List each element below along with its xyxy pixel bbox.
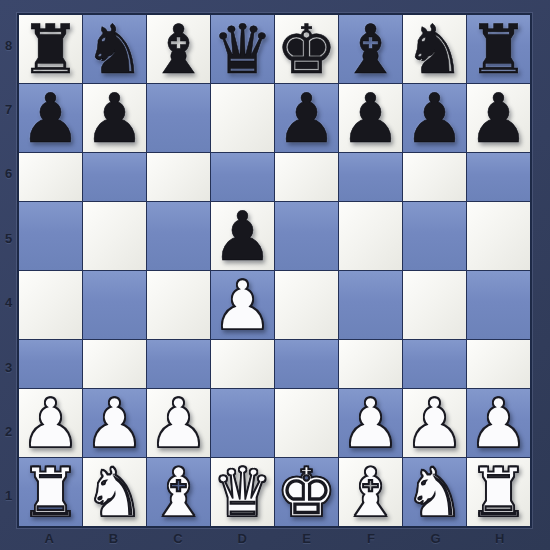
piece-white-pawn[interactable]: ♟	[148, 390, 209, 458]
square-d5[interactable]: ♟	[211, 202, 274, 270]
square-d3[interactable]	[211, 340, 274, 388]
square-a8[interactable]: ♜	[19, 15, 82, 83]
square-g2[interactable]: ♟	[403, 389, 466, 457]
square-f3[interactable]	[339, 340, 402, 388]
square-h5[interactable]	[467, 202, 530, 270]
square-g3[interactable]	[403, 340, 466, 388]
piece-black-knight[interactable]: ♞	[404, 16, 465, 84]
square-f2[interactable]: ♟	[339, 389, 402, 457]
square-c3[interactable]	[147, 340, 210, 388]
piece-white-rook[interactable]: ♜	[20, 459, 81, 527]
square-c4[interactable]	[147, 271, 210, 339]
piece-black-pawn[interactable]: ♟	[404, 85, 465, 153]
rank-label-6: 6	[0, 142, 17, 206]
square-b7[interactable]: ♟	[83, 84, 146, 152]
square-e5[interactable]	[275, 202, 338, 270]
rank-label-2: 2	[0, 399, 17, 463]
square-e4[interactable]	[275, 271, 338, 339]
piece-white-knight[interactable]: ♞	[84, 459, 145, 527]
piece-black-pawn[interactable]: ♟	[468, 85, 529, 153]
square-a4[interactable]	[19, 271, 82, 339]
piece-white-pawn[interactable]: ♟	[404, 390, 465, 458]
square-b8[interactable]: ♞	[83, 15, 146, 83]
file-label-h: H	[468, 528, 532, 549]
piece-white-rook[interactable]: ♜	[468, 459, 529, 527]
square-f5[interactable]	[339, 202, 402, 270]
file-label-f: F	[339, 528, 403, 549]
square-h3[interactable]	[467, 340, 530, 388]
square-a6[interactable]	[19, 153, 82, 201]
square-g8[interactable]: ♞	[403, 15, 466, 83]
square-f7[interactable]: ♟	[339, 84, 402, 152]
square-d6[interactable]	[211, 153, 274, 201]
piece-black-queen[interactable]: ♛	[212, 16, 273, 84]
square-e8[interactable]: ♚	[275, 15, 338, 83]
piece-white-knight[interactable]: ♞	[404, 459, 465, 527]
piece-black-king[interactable]: ♚	[276, 16, 337, 84]
piece-black-knight[interactable]: ♞	[84, 16, 145, 84]
rank-label-7: 7	[0, 77, 17, 141]
square-c6[interactable]	[147, 153, 210, 201]
square-g5[interactable]	[403, 202, 466, 270]
piece-black-pawn[interactable]: ♟	[20, 85, 81, 153]
square-e6[interactable]	[275, 153, 338, 201]
piece-black-rook[interactable]: ♜	[468, 16, 529, 84]
piece-white-pawn[interactable]: ♟	[84, 390, 145, 458]
square-c2[interactable]: ♟	[147, 389, 210, 457]
file-label-g: G	[403, 528, 467, 549]
square-b4[interactable]	[83, 271, 146, 339]
rank-label-4: 4	[0, 271, 17, 335]
square-d7[interactable]	[211, 84, 274, 152]
piece-white-pawn[interactable]: ♟	[340, 390, 401, 458]
file-label-b: B	[81, 528, 145, 549]
piece-white-pawn[interactable]: ♟	[212, 272, 273, 340]
square-h7[interactable]: ♟	[467, 84, 530, 152]
square-b6[interactable]	[83, 153, 146, 201]
square-g4[interactable]	[403, 271, 466, 339]
file-label-e: E	[275, 528, 339, 549]
rank-label-3: 3	[0, 335, 17, 399]
piece-black-pawn[interactable]: ♟	[212, 203, 273, 271]
square-b5[interactable]	[83, 202, 146, 270]
square-f4[interactable]	[339, 271, 402, 339]
piece-black-rook[interactable]: ♜	[20, 16, 81, 84]
piece-white-bishop[interactable]: ♝	[340, 459, 401, 527]
square-g6[interactable]	[403, 153, 466, 201]
square-f1[interactable]: ♝	[339, 458, 402, 526]
square-e1[interactable]: ♚	[275, 458, 338, 526]
square-e3[interactable]	[275, 340, 338, 388]
square-c5[interactable]	[147, 202, 210, 270]
piece-black-pawn[interactable]: ♟	[84, 85, 145, 153]
square-g7[interactable]: ♟	[403, 84, 466, 152]
square-g1[interactable]: ♞	[403, 458, 466, 526]
rank-label-1: 1	[0, 464, 17, 528]
piece-white-queen[interactable]: ♛	[212, 459, 273, 527]
square-a5[interactable]	[19, 202, 82, 270]
rank-label-5: 5	[0, 206, 17, 270]
square-a3[interactable]	[19, 340, 82, 388]
square-h2[interactable]: ♟	[467, 389, 530, 457]
rank-labels: 87654321	[0, 13, 17, 528]
piece-white-pawn[interactable]: ♟	[468, 390, 529, 458]
square-h8[interactable]: ♜	[467, 15, 530, 83]
square-c1[interactable]: ♝	[147, 458, 210, 526]
file-label-d: D	[210, 528, 274, 549]
square-b2[interactable]: ♟	[83, 389, 146, 457]
square-f8[interactable]: ♝	[339, 15, 402, 83]
square-a7[interactable]: ♟	[19, 84, 82, 152]
file-label-c: C	[146, 528, 210, 549]
piece-white-bishop[interactable]: ♝	[148, 459, 209, 527]
square-h4[interactable]	[467, 271, 530, 339]
square-d1[interactable]: ♛	[211, 458, 274, 526]
square-b1[interactable]: ♞	[83, 458, 146, 526]
square-c7[interactable]	[147, 84, 210, 152]
piece-black-pawn[interactable]: ♟	[276, 85, 337, 153]
file-label-a: A	[17, 528, 81, 549]
piece-black-bishop[interactable]: ♝	[340, 16, 401, 84]
square-e2[interactable]	[275, 389, 338, 457]
square-f6[interactable]	[339, 153, 402, 201]
piece-black-pawn[interactable]: ♟	[340, 85, 401, 153]
square-h6[interactable]	[467, 153, 530, 201]
square-d2[interactable]	[211, 389, 274, 457]
square-a1[interactable]: ♜	[19, 458, 82, 526]
piece-black-bishop[interactable]: ♝	[148, 16, 209, 84]
chess-board: ♜♞♝♛♚♝♞♜♟♟♟♟♟♟♟♟♟♟♟♟♟♟♜♞♝♛♚♝♞♜	[17, 13, 532, 528]
square-h1[interactable]: ♜	[467, 458, 530, 526]
square-d8[interactable]: ♛	[211, 15, 274, 83]
square-a2[interactable]: ♟	[19, 389, 82, 457]
file-labels: ABCDEFGH	[17, 528, 532, 549]
square-e7[interactable]: ♟	[275, 84, 338, 152]
piece-white-pawn[interactable]: ♟	[20, 390, 81, 458]
chess-board-frame: 87654321 ♜♞♝♛♚♝♞♜♟♟♟♟♟♟♟♟♟♟♟♟♟♟♜♞♝♛♚♝♞♜ …	[0, 0, 550, 550]
rank-label-8: 8	[0, 13, 17, 77]
square-c8[interactable]: ♝	[147, 15, 210, 83]
square-b3[interactable]	[83, 340, 146, 388]
piece-white-king[interactable]: ♚	[276, 459, 337, 527]
square-d4[interactable]: ♟	[211, 271, 274, 339]
